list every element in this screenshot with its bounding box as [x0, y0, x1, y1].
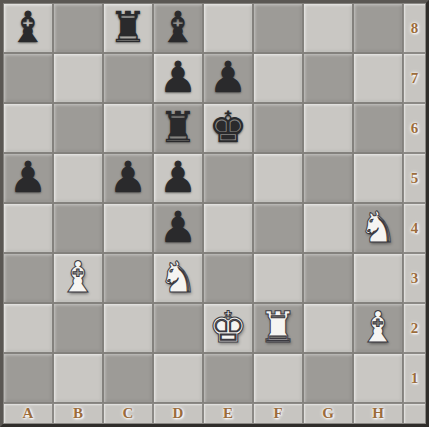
- square-f2[interactable]: ♜: [253, 303, 303, 353]
- square-b4[interactable]: [53, 203, 103, 253]
- square-g5[interactable]: [303, 153, 353, 203]
- square-f6[interactable]: [253, 103, 303, 153]
- square-c6[interactable]: [103, 103, 153, 153]
- rank-label-3: 3: [403, 253, 426, 303]
- square-c3[interactable]: [103, 253, 153, 303]
- square-g4[interactable]: [303, 203, 353, 253]
- square-h3[interactable]: [353, 253, 403, 303]
- white-knight-piece-h4[interactable]: ♞: [359, 206, 398, 249]
- square-a3[interactable]: [3, 253, 53, 303]
- square-d5[interactable]: ♟: [153, 153, 203, 203]
- square-f4[interactable]: [253, 203, 303, 253]
- square-h8[interactable]: [353, 3, 403, 53]
- file-label-g: G: [303, 403, 353, 424]
- white-knight-piece-d3[interactable]: ♞: [159, 256, 198, 299]
- square-b6[interactable]: [53, 103, 103, 153]
- rank-label-6: 6: [403, 103, 426, 153]
- corner-cell: [403, 403, 426, 424]
- file-label-d: D: [153, 403, 203, 424]
- square-f5[interactable]: [253, 153, 303, 203]
- square-a1[interactable]: [3, 353, 53, 403]
- rank-label-2: 2: [403, 303, 426, 353]
- square-b2[interactable]: [53, 303, 103, 353]
- white-king-piece-e2[interactable]: ♚: [209, 306, 248, 349]
- file-label-a: A: [3, 403, 53, 424]
- black-bishop-piece-a8[interactable]: ♝: [9, 6, 48, 49]
- square-c7[interactable]: [103, 53, 153, 103]
- square-e8[interactable]: [203, 3, 253, 53]
- black-pawn-piece-d4[interactable]: ♟: [159, 206, 198, 249]
- square-a6[interactable]: [3, 103, 53, 153]
- square-d6[interactable]: ♜: [153, 103, 203, 153]
- square-c2[interactable]: [103, 303, 153, 353]
- square-d2[interactable]: [153, 303, 203, 353]
- white-rook-piece-f2[interactable]: ♜: [259, 306, 298, 349]
- square-e6[interactable]: ♚: [203, 103, 253, 153]
- square-d7[interactable]: ♟: [153, 53, 203, 103]
- black-pawn-piece-d7[interactable]: ♟: [159, 56, 198, 99]
- square-b8[interactable]: [53, 3, 103, 53]
- square-a8[interactable]: ♝: [3, 3, 53, 53]
- square-g6[interactable]: [303, 103, 353, 153]
- square-c1[interactable]: [103, 353, 153, 403]
- file-label-c: C: [103, 403, 153, 424]
- square-h1[interactable]: [353, 353, 403, 403]
- square-f8[interactable]: [253, 3, 303, 53]
- black-rook-piece-c8[interactable]: ♜: [109, 6, 148, 49]
- rank-label-5: 5: [403, 153, 426, 203]
- black-king-piece-e6[interactable]: ♚: [209, 106, 248, 149]
- square-b3[interactable]: ♝: [53, 253, 103, 303]
- black-pawn-piece-d5[interactable]: ♟: [159, 156, 198, 199]
- square-f7[interactable]: [253, 53, 303, 103]
- square-h2[interactable]: ♝: [353, 303, 403, 353]
- square-c4[interactable]: [103, 203, 153, 253]
- square-e2[interactable]: ♚: [203, 303, 253, 353]
- chess-board: ♝♜♝8♟♟7♜♚6♟♟♟5♟♞4♝♞3♚♜♝21ABCDEFGH: [3, 3, 426, 424]
- rank-label-1: 1: [403, 353, 426, 403]
- chess-board-frame: ♝♜♝8♟♟7♜♚6♟♟♟5♟♞4♝♞3♚♜♝21ABCDEFGH: [0, 0, 429, 427]
- file-label-e: E: [203, 403, 253, 424]
- square-a5[interactable]: ♟: [3, 153, 53, 203]
- square-f1[interactable]: [253, 353, 303, 403]
- square-a4[interactable]: [3, 203, 53, 253]
- square-g7[interactable]: [303, 53, 353, 103]
- square-h7[interactable]: [353, 53, 403, 103]
- square-f3[interactable]: [253, 253, 303, 303]
- black-bishop-piece-d8[interactable]: ♝: [159, 6, 198, 49]
- square-d3[interactable]: ♞: [153, 253, 203, 303]
- square-a7[interactable]: [3, 53, 53, 103]
- black-pawn-piece-c5[interactable]: ♟: [109, 156, 148, 199]
- file-label-h: H: [353, 403, 403, 424]
- square-c8[interactable]: ♜: [103, 3, 153, 53]
- file-label-b: B: [53, 403, 103, 424]
- square-b7[interactable]: [53, 53, 103, 103]
- square-b5[interactable]: [53, 153, 103, 203]
- square-h6[interactable]: [353, 103, 403, 153]
- square-e5[interactable]: [203, 153, 253, 203]
- file-label-f: F: [253, 403, 303, 424]
- square-d4[interactable]: ♟: [153, 203, 203, 253]
- white-bishop-piece-h2[interactable]: ♝: [359, 306, 398, 349]
- black-pawn-piece-e7[interactable]: ♟: [209, 56, 248, 99]
- square-e7[interactable]: ♟: [203, 53, 253, 103]
- black-pawn-piece-a5[interactable]: ♟: [9, 156, 48, 199]
- square-g3[interactable]: [303, 253, 353, 303]
- square-e4[interactable]: [203, 203, 253, 253]
- square-a2[interactable]: [3, 303, 53, 353]
- square-g2[interactable]: [303, 303, 353, 353]
- square-d8[interactable]: ♝: [153, 3, 203, 53]
- rank-label-7: 7: [403, 53, 426, 103]
- square-g1[interactable]: [303, 353, 353, 403]
- square-c5[interactable]: ♟: [103, 153, 153, 203]
- black-rook-piece-d6[interactable]: ♜: [159, 106, 198, 149]
- rank-label-4: 4: [403, 203, 426, 253]
- square-b1[interactable]: [53, 353, 103, 403]
- square-g8[interactable]: [303, 3, 353, 53]
- rank-label-8: 8: [403, 3, 426, 53]
- square-e3[interactable]: [203, 253, 253, 303]
- white-bishop-piece-b3[interactable]: ♝: [59, 256, 98, 299]
- square-e1[interactable]: [203, 353, 253, 403]
- square-h5[interactable]: [353, 153, 403, 203]
- square-d1[interactable]: [153, 353, 203, 403]
- square-h4[interactable]: ♞: [353, 203, 403, 253]
